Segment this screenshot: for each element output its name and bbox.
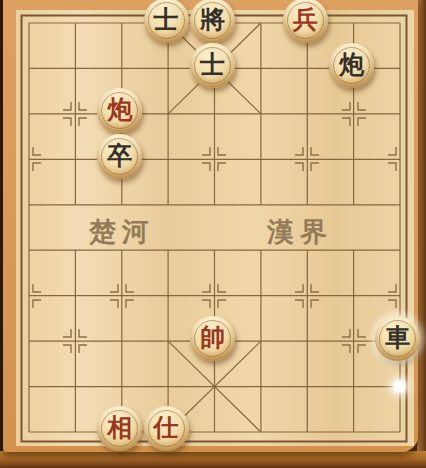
piece-red-elephant[interactable]: 相 (97, 406, 142, 451)
piece-glyph: 將 (200, 0, 225, 42)
pieces-layer: 士將兵士炮炮卒帥車相仕 (6, 0, 423, 454)
piece-black-advisor[interactable]: 士 (144, 0, 189, 43)
piece-red-cannon[interactable]: 炮 (97, 88, 142, 133)
piece-red-soldier[interactable]: 兵 (283, 0, 328, 43)
piece-glyph: 車 (385, 315, 410, 360)
xiangqi-app: 楚河 漢界 士將兵士炮炮卒帥車相仕 (0, 0, 426, 468)
piece-black-advisor[interactable]: 士 (190, 43, 235, 88)
piece-red-general[interactable]: 帥 (190, 316, 235, 361)
piece-black-chariot[interactable]: 車 (375, 316, 420, 361)
piece-glyph: 士 (200, 42, 225, 87)
piece-glyph: 仕 (154, 405, 179, 450)
piece-glyph: 士 (154, 0, 179, 42)
piece-black-general[interactable]: 將 (190, 0, 235, 43)
piece-black-soldier[interactable]: 卒 (97, 134, 142, 179)
piece-glyph: 炮 (339, 42, 364, 87)
piece-glyph: 炮 (107, 87, 132, 132)
piece-glyph: 帥 (200, 315, 225, 360)
piece-glyph: 相 (107, 405, 132, 450)
piece-glyph: 卒 (107, 133, 132, 178)
piece-black-cannon[interactable]: 炮 (329, 43, 374, 88)
piece-glyph: 兵 (293, 0, 318, 42)
piece-red-advisor[interactable]: 仕 (144, 406, 189, 451)
